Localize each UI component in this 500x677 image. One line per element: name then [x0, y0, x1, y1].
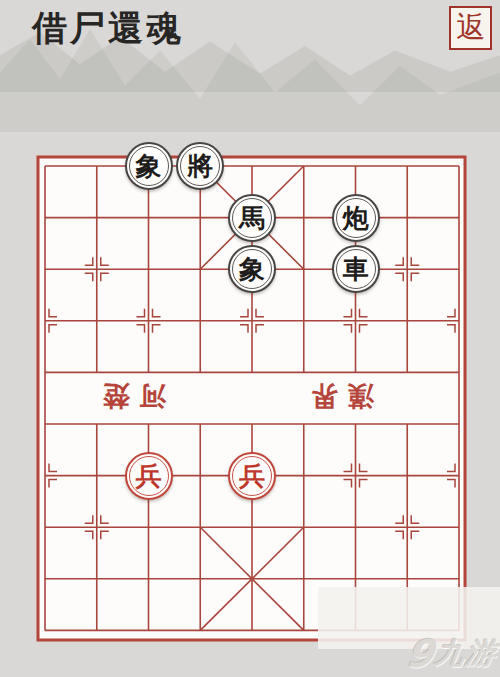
piece-glyph: 象 [136, 153, 162, 179]
piece-glyph: 象 [239, 256, 265, 282]
piece-ring: 將 [180, 146, 220, 186]
page-title: 借尸還魂 [32, 5, 184, 52]
piece-red-soldier[interactable]: 兵 [228, 452, 276, 500]
river-label-right: 界漢 [311, 383, 374, 410]
piece-ring: 象 [129, 146, 169, 186]
piece-ring: 車 [336, 249, 376, 289]
piece-black-elephant[interactable]: 象 [228, 245, 276, 293]
board-grid [0, 0, 500, 677]
piece-glyph: 兵 [136, 463, 162, 489]
jiuyou-logo-icon: 9 [403, 632, 436, 676]
piece-glyph: 將 [187, 153, 213, 179]
jiuyou-watermark: 9九游 [403, 632, 500, 676]
page: 借尸還魂 返 楚河界漢象將馬炮象車兵兵 9九游 [0, 0, 500, 677]
piece-ring: 兵 [232, 456, 272, 496]
piece-ring: 馬 [232, 198, 272, 238]
piece-glyph: 炮 [343, 205, 369, 231]
xiangqi-board[interactable]: 楚河界漢象將馬炮象車兵兵 [0, 0, 500, 677]
piece-black-elephant[interactable]: 象 [125, 142, 173, 190]
piece-black-chariot[interactable]: 車 [332, 245, 380, 293]
piece-glyph: 兵 [239, 463, 265, 489]
river-label-left: 楚河 [103, 383, 166, 410]
piece-ring: 兵 [129, 456, 169, 496]
piece-ring: 象 [232, 249, 272, 289]
piece-glyph: 馬 [239, 205, 265, 231]
piece-black-cannon[interactable]: 炮 [332, 194, 380, 242]
piece-black-horse[interactable]: 馬 [228, 194, 276, 242]
piece-red-soldier[interactable]: 兵 [125, 452, 173, 500]
back-button[interactable]: 返 [449, 6, 492, 50]
piece-black-general[interactable]: 將 [176, 142, 224, 190]
piece-glyph: 車 [343, 256, 369, 282]
piece-ring: 炮 [336, 198, 376, 238]
